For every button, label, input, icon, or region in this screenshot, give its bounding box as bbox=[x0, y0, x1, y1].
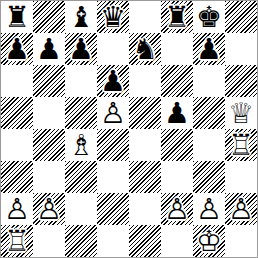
chess-diagram: ♜♜♝♝♛♛♜♜♚♚♟♟♟♟♟♟♞♞♟♟♟♟♟♙♟♟♛♕♝♗♜♖♟♙♟♙♟♙♟♙… bbox=[0, 0, 258, 258]
square-c1[interactable] bbox=[65, 225, 97, 257]
piece-halo: ♟ bbox=[65, 33, 97, 65]
square-h4[interactable]: ♜♖ bbox=[225, 129, 257, 161]
square-b7[interactable]: ♟♟ bbox=[33, 33, 65, 65]
square-d3[interactable] bbox=[97, 161, 129, 193]
white-pawn-piece: ♙ bbox=[193, 193, 225, 225]
black-rook-piece: ♜ bbox=[161, 1, 193, 33]
white-king-piece: ♔ bbox=[193, 225, 225, 257]
square-b1[interactable] bbox=[33, 225, 65, 257]
square-f5[interactable]: ♟♟ bbox=[161, 97, 193, 129]
piece-halo: ♛ bbox=[225, 97, 257, 129]
white-pawn-piece: ♙ bbox=[225, 193, 257, 225]
piece-halo: ♚ bbox=[193, 225, 225, 257]
square-e4[interactable] bbox=[129, 129, 161, 161]
white-pawn-piece: ♙ bbox=[1, 193, 33, 225]
square-g3[interactable] bbox=[193, 161, 225, 193]
square-d4[interactable] bbox=[97, 129, 129, 161]
square-c7[interactable]: ♟♟ bbox=[65, 33, 97, 65]
square-c8[interactable]: ♝♝ bbox=[65, 1, 97, 33]
square-f1[interactable] bbox=[161, 225, 193, 257]
piece-halo: ♟ bbox=[161, 97, 193, 129]
square-d1[interactable] bbox=[97, 225, 129, 257]
square-a4[interactable] bbox=[1, 129, 33, 161]
black-pawn-piece: ♟ bbox=[1, 33, 33, 65]
square-g8[interactable]: ♚♚ bbox=[193, 1, 225, 33]
piece-halo: ♜ bbox=[225, 129, 257, 161]
black-pawn-piece: ♟ bbox=[97, 65, 129, 97]
square-h5[interactable]: ♛♕ bbox=[225, 97, 257, 129]
square-d7[interactable] bbox=[97, 33, 129, 65]
square-e5[interactable] bbox=[129, 97, 161, 129]
square-g4[interactable] bbox=[193, 129, 225, 161]
square-c6[interactable] bbox=[65, 65, 97, 97]
white-rook-piece: ♖ bbox=[1, 225, 33, 257]
square-g7[interactable]: ♟♟ bbox=[193, 33, 225, 65]
white-pawn-piece: ♙ bbox=[97, 97, 129, 129]
piece-halo: ♚ bbox=[193, 1, 225, 33]
square-e1[interactable] bbox=[129, 225, 161, 257]
square-g5[interactable] bbox=[193, 97, 225, 129]
square-b5[interactable] bbox=[33, 97, 65, 129]
square-f3[interactable] bbox=[161, 161, 193, 193]
square-g1[interactable]: ♚♔ bbox=[193, 225, 225, 257]
square-a7[interactable]: ♟♟ bbox=[1, 33, 33, 65]
white-pawn-piece: ♙ bbox=[161, 193, 193, 225]
square-d8[interactable]: ♛♛ bbox=[97, 1, 129, 33]
black-pawn-piece: ♟ bbox=[33, 33, 65, 65]
square-c4[interactable]: ♝♗ bbox=[65, 129, 97, 161]
square-h2[interactable]: ♟♙ bbox=[225, 193, 257, 225]
square-b2[interactable]: ♟♙ bbox=[33, 193, 65, 225]
chess-board: ♜♜♝♝♛♛♜♜♚♚♟♟♟♟♟♟♞♞♟♟♟♟♟♙♟♟♛♕♝♗♜♖♟♙♟♙♟♙♟♙… bbox=[0, 0, 258, 258]
square-b3[interactable] bbox=[33, 161, 65, 193]
square-f8[interactable]: ♜♜ bbox=[161, 1, 193, 33]
white-queen-piece: ♕ bbox=[225, 97, 257, 129]
piece-halo: ♟ bbox=[193, 33, 225, 65]
square-a6[interactable] bbox=[1, 65, 33, 97]
square-h3[interactable] bbox=[225, 161, 257, 193]
piece-halo: ♞ bbox=[129, 33, 161, 65]
piece-halo: ♟ bbox=[1, 33, 33, 65]
square-e7[interactable]: ♞♞ bbox=[129, 33, 161, 65]
square-a2[interactable]: ♟♙ bbox=[1, 193, 33, 225]
square-f4[interactable] bbox=[161, 129, 193, 161]
piece-halo: ♟ bbox=[161, 193, 193, 225]
piece-halo: ♟ bbox=[1, 193, 33, 225]
white-bishop-piece: ♗ bbox=[65, 129, 97, 161]
square-g6[interactable] bbox=[193, 65, 225, 97]
piece-halo: ♟ bbox=[33, 193, 65, 225]
piece-halo: ♟ bbox=[225, 193, 257, 225]
piece-halo: ♝ bbox=[65, 129, 97, 161]
black-queen-piece: ♛ bbox=[97, 1, 129, 33]
black-king-piece: ♚ bbox=[193, 1, 225, 33]
square-e6[interactable] bbox=[129, 65, 161, 97]
black-bishop-piece: ♝ bbox=[65, 1, 97, 33]
piece-halo: ♟ bbox=[97, 65, 129, 97]
black-pawn-piece: ♟ bbox=[161, 97, 193, 129]
square-f6[interactable] bbox=[161, 65, 193, 97]
square-e8[interactable] bbox=[129, 1, 161, 33]
piece-halo: ♛ bbox=[97, 1, 129, 33]
square-c5[interactable] bbox=[65, 97, 97, 129]
square-a8[interactable]: ♜♜ bbox=[1, 1, 33, 33]
piece-halo: ♟ bbox=[97, 97, 129, 129]
square-h7[interactable] bbox=[225, 33, 257, 65]
white-rook-piece: ♖ bbox=[225, 129, 257, 161]
black-rook-piece: ♜ bbox=[1, 1, 33, 33]
square-g2[interactable]: ♟♙ bbox=[193, 193, 225, 225]
black-knight-piece: ♞ bbox=[129, 33, 161, 65]
piece-halo: ♜ bbox=[1, 225, 33, 257]
piece-halo: ♟ bbox=[33, 33, 65, 65]
square-f7[interactable] bbox=[161, 33, 193, 65]
piece-halo: ♜ bbox=[1, 1, 33, 33]
square-b4[interactable] bbox=[33, 129, 65, 161]
square-a5[interactable] bbox=[1, 97, 33, 129]
piece-halo: ♝ bbox=[65, 1, 97, 33]
square-h6[interactable] bbox=[225, 65, 257, 97]
square-b8[interactable] bbox=[33, 1, 65, 33]
black-pawn-piece: ♟ bbox=[193, 33, 225, 65]
square-a3[interactable] bbox=[1, 161, 33, 193]
square-h1[interactable] bbox=[225, 225, 257, 257]
piece-halo: ♜ bbox=[161, 1, 193, 33]
square-d5[interactable]: ♟♙ bbox=[97, 97, 129, 129]
square-e2[interactable] bbox=[129, 193, 161, 225]
white-pawn-piece: ♙ bbox=[33, 193, 65, 225]
piece-halo: ♟ bbox=[193, 193, 225, 225]
square-e3[interactable] bbox=[129, 161, 161, 193]
black-pawn-piece: ♟ bbox=[65, 33, 97, 65]
square-d2[interactable] bbox=[97, 193, 129, 225]
square-a1[interactable]: ♜♖ bbox=[1, 225, 33, 257]
square-b6[interactable] bbox=[33, 65, 65, 97]
square-d6[interactable]: ♟♟ bbox=[97, 65, 129, 97]
square-c2[interactable] bbox=[65, 193, 97, 225]
square-f2[interactable]: ♟♙ bbox=[161, 193, 193, 225]
square-c3[interactable] bbox=[65, 161, 97, 193]
square-h8[interactable] bbox=[225, 1, 257, 33]
